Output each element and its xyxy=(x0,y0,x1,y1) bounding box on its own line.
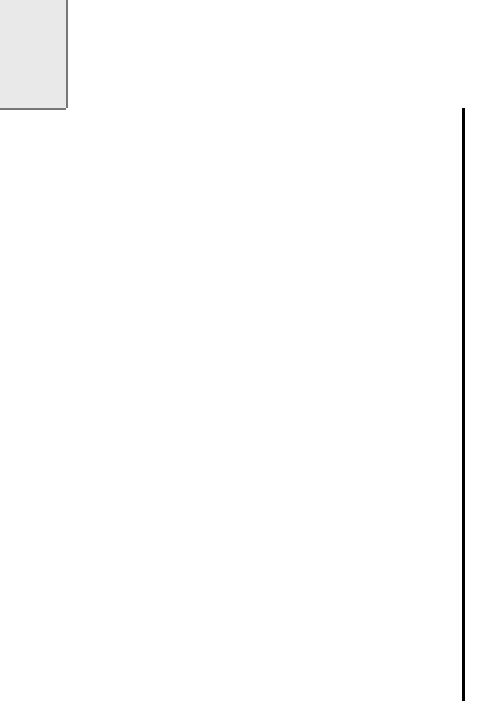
site-label xyxy=(462,568,483,688)
row-clues xyxy=(0,108,66,701)
column-clues xyxy=(66,0,462,108)
watermark-block xyxy=(0,0,68,110)
puzzle-grid[interactable] xyxy=(66,108,465,701)
nonogram-board xyxy=(0,0,483,701)
